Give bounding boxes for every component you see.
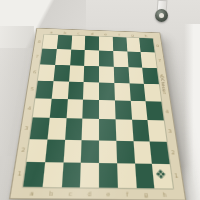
square-f3[interactable] bbox=[115, 120, 133, 141]
square-b1[interactable] bbox=[42, 162, 63, 187]
square-h8[interactable] bbox=[139, 38, 154, 53]
square-a6[interactable] bbox=[38, 64, 55, 81]
square-e1[interactable] bbox=[99, 163, 118, 188]
square-a8[interactable] bbox=[42, 35, 58, 50]
square-c7[interactable] bbox=[70, 50, 85, 66]
square-h3[interactable] bbox=[148, 120, 167, 141]
coordinate-label: a bbox=[22, 187, 43, 197]
square-b8[interactable] bbox=[57, 35, 72, 50]
coordinate-label: b bbox=[41, 188, 61, 198]
square-d4[interactable] bbox=[83, 100, 99, 120]
square-b4[interactable] bbox=[49, 99, 67, 119]
square-d6[interactable] bbox=[84, 65, 99, 82]
square-h6[interactable] bbox=[142, 67, 159, 84]
square-e5[interactable] bbox=[99, 82, 115, 100]
square-e2[interactable] bbox=[99, 140, 117, 163]
square-c1[interactable] bbox=[61, 162, 81, 187]
square-d8[interactable] bbox=[85, 36, 99, 51]
coordinate-label: d bbox=[80, 188, 99, 198]
photo-backdrop: abcdefgh abcdefgh 87654321 87654321 ○ Ch… bbox=[0, 0, 200, 200]
square-e7[interactable] bbox=[99, 51, 114, 67]
coordinate-label: e bbox=[99, 188, 118, 198]
chessboard: abcdefgh abcdefgh 87654321 87654321 ○ Ch… bbox=[9, 28, 187, 200]
coordinate-label: f bbox=[118, 188, 137, 198]
square-d1[interactable] bbox=[80, 162, 99, 187]
square-b6[interactable] bbox=[53, 65, 69, 82]
square-d3[interactable] bbox=[82, 119, 99, 140]
chessboard-scene: abcdefgh abcdefgh 87654321 87654321 ○ Ch… bbox=[9, 28, 187, 200]
brand-text: Chess bbox=[160, 79, 166, 91]
square-b3[interactable] bbox=[47, 118, 66, 139]
brand-mark: ○ Chess bbox=[158, 74, 169, 91]
square-a5[interactable] bbox=[35, 81, 53, 99]
grommet-ring bbox=[155, 9, 168, 22]
square-f7[interactable] bbox=[113, 51, 128, 67]
grommet-hole bbox=[159, 13, 164, 18]
square-f6[interactable] bbox=[114, 66, 130, 83]
square-d2[interactable] bbox=[81, 140, 99, 163]
square-a3[interactable] bbox=[30, 118, 50, 139]
file-labels-bottom: abcdefgh bbox=[22, 187, 175, 199]
square-f8[interactable] bbox=[113, 37, 127, 52]
square-h2[interactable] bbox=[150, 141, 170, 164]
square-e6[interactable] bbox=[99, 66, 114, 83]
square-b5[interactable] bbox=[51, 81, 68, 99]
square-c2[interactable] bbox=[63, 139, 82, 162]
square-c4[interactable] bbox=[66, 99, 83, 119]
square-c6[interactable] bbox=[69, 65, 85, 82]
square-d5[interactable] bbox=[83, 82, 99, 100]
coordinate-label: h bbox=[155, 189, 175, 199]
square-e8[interactable] bbox=[99, 37, 113, 52]
square-c8[interactable] bbox=[71, 36, 86, 51]
coordinate-label: c bbox=[61, 188, 81, 198]
square-d7[interactable] bbox=[84, 50, 99, 66]
square-f5[interactable] bbox=[114, 83, 130, 101]
square-c5[interactable] bbox=[67, 81, 83, 99]
corner-emblem-icon: ❖ bbox=[151, 163, 172, 188]
square-f2[interactable] bbox=[116, 140, 134, 163]
square-a4[interactable] bbox=[33, 98, 52, 118]
square-b2[interactable] bbox=[45, 139, 65, 162]
square-a7[interactable] bbox=[40, 49, 56, 65]
square-b7[interactable] bbox=[55, 49, 71, 65]
square-f4[interactable] bbox=[115, 100, 132, 120]
square-f1[interactable] bbox=[117, 163, 136, 188]
square-h7[interactable] bbox=[141, 52, 157, 68]
coordinate-label: g bbox=[136, 189, 155, 199]
square-e3[interactable] bbox=[99, 119, 116, 140]
square-h4[interactable] bbox=[146, 101, 164, 120]
square-e4[interactable] bbox=[99, 100, 115, 120]
square-c3[interactable] bbox=[65, 118, 83, 139]
